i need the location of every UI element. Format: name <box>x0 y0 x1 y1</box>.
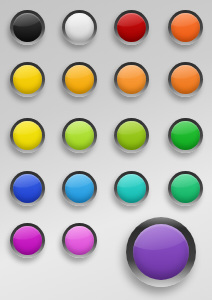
glossy-button-orange[interactable] <box>168 62 203 97</box>
glossy-button-sprite-sheet <box>0 0 212 300</box>
gloss-highlight <box>65 121 94 139</box>
gloss-highlight <box>117 121 146 139</box>
button-face-white <box>65 13 94 42</box>
button-face-chartreuse <box>65 121 94 150</box>
glossy-button-amber[interactable] <box>62 62 97 97</box>
glossy-button-black[interactable] <box>10 10 45 45</box>
button-face-spring-green <box>171 174 200 203</box>
gloss-highlight <box>13 13 42 31</box>
glossy-button-yellow-green[interactable] <box>114 118 149 153</box>
glossy-button-orange-red[interactable] <box>168 10 203 45</box>
glossy-button-blue[interactable] <box>10 171 45 206</box>
glossy-button-purple[interactable] <box>126 217 196 287</box>
gloss-highlight <box>65 174 94 192</box>
gloss-highlight <box>65 226 94 244</box>
glossy-button-sky-blue[interactable] <box>62 171 97 206</box>
gloss-highlight <box>171 13 200 31</box>
gloss-highlight <box>171 121 200 139</box>
gloss-highlight <box>117 13 146 31</box>
button-face-yellow <box>13 121 42 150</box>
button-face-golden-yellow <box>13 65 42 94</box>
gloss-highlight <box>117 65 146 83</box>
gloss-highlight <box>65 13 94 31</box>
glossy-button-golden-yellow[interactable] <box>10 62 45 97</box>
gloss-highlight <box>13 226 42 244</box>
button-face-green <box>171 121 200 150</box>
glossy-button-cyan[interactable] <box>114 171 149 206</box>
gloss-highlight <box>13 65 42 83</box>
gloss-highlight <box>13 174 42 192</box>
button-face-sky-blue <box>65 174 94 203</box>
gloss-highlight <box>171 174 200 192</box>
button-face-orange <box>171 65 200 94</box>
glossy-button-white[interactable] <box>62 10 97 45</box>
button-face-yellow-green <box>117 121 146 150</box>
button-face-orange-red <box>171 13 200 42</box>
glossy-button-green[interactable] <box>168 118 203 153</box>
glossy-button-spring-green[interactable] <box>168 171 203 206</box>
button-face-blue <box>13 174 42 203</box>
button-face-pink <box>65 226 94 255</box>
gloss-highlight <box>65 65 94 83</box>
glossy-button-yellow[interactable] <box>10 118 45 153</box>
gloss-highlight <box>13 121 42 139</box>
button-face-magenta <box>13 226 42 255</box>
glossy-button-chartreuse[interactable] <box>62 118 97 153</box>
button-face-light-orange <box>117 65 146 94</box>
button-face-purple <box>133 224 189 280</box>
button-face-black <box>13 13 42 42</box>
button-face-cyan <box>117 174 146 203</box>
button-face-red <box>117 13 146 42</box>
glossy-button-pink[interactable] <box>62 223 97 258</box>
gloss-highlight <box>117 174 146 192</box>
glossy-button-red[interactable] <box>114 10 149 45</box>
glossy-button-light-orange[interactable] <box>114 62 149 97</box>
button-face-amber <box>65 65 94 94</box>
gloss-highlight <box>171 65 200 83</box>
glossy-button-magenta[interactable] <box>10 223 45 258</box>
gloss-highlight <box>133 224 189 258</box>
